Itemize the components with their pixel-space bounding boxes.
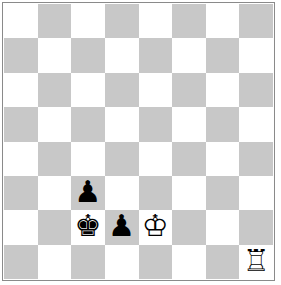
square-a3[interactable] <box>4 176 38 210</box>
square-e6[interactable] <box>139 73 173 107</box>
square-d1[interactable] <box>105 245 139 279</box>
square-a6[interactable] <box>4 73 38 107</box>
square-b1[interactable] <box>38 245 72 279</box>
square-g6[interactable] <box>206 73 240 107</box>
square-g1[interactable] <box>206 245 240 279</box>
square-b2[interactable] <box>38 210 72 244</box>
square-d5[interactable] <box>105 107 139 141</box>
square-d3[interactable] <box>105 176 139 210</box>
square-g8[interactable] <box>206 4 240 38</box>
square-b7[interactable] <box>38 38 72 72</box>
square-h7[interactable] <box>239 38 273 72</box>
square-e4[interactable] <box>139 142 173 176</box>
square-f7[interactable] <box>172 38 206 72</box>
square-a2[interactable] <box>4 210 38 244</box>
square-f1[interactable] <box>172 245 206 279</box>
square-h3[interactable] <box>239 176 273 210</box>
square-e5[interactable] <box>139 107 173 141</box>
square-b6[interactable] <box>38 73 72 107</box>
square-b5[interactable] <box>38 107 72 141</box>
square-h1[interactable]: ♖ <box>239 245 273 279</box>
square-g4[interactable] <box>206 142 240 176</box>
square-g3[interactable] <box>206 176 240 210</box>
square-b4[interactable] <box>38 142 72 176</box>
square-f6[interactable] <box>172 73 206 107</box>
square-c5[interactable] <box>71 107 105 141</box>
square-e2[interactable]: ♔ <box>139 210 173 244</box>
square-g5[interactable] <box>206 107 240 141</box>
piece-black-king[interactable]: ♚ <box>75 211 102 241</box>
square-f4[interactable] <box>172 142 206 176</box>
square-c2[interactable]: ♚ <box>71 210 105 244</box>
square-d4[interactable] <box>105 142 139 176</box>
square-e3[interactable] <box>139 176 173 210</box>
square-c8[interactable] <box>71 4 105 38</box>
square-a5[interactable] <box>4 107 38 141</box>
square-f2[interactable] <box>172 210 206 244</box>
square-a8[interactable] <box>4 4 38 38</box>
square-d8[interactable] <box>105 4 139 38</box>
square-c1[interactable] <box>71 245 105 279</box>
square-d6[interactable] <box>105 73 139 107</box>
square-b3[interactable] <box>38 176 72 210</box>
square-h8[interactable] <box>239 4 273 38</box>
piece-black-pawn[interactable]: ♟ <box>75 177 102 207</box>
square-f5[interactable] <box>172 107 206 141</box>
square-e7[interactable] <box>139 38 173 72</box>
square-a1[interactable] <box>4 245 38 279</box>
square-h2[interactable] <box>239 210 273 244</box>
square-d7[interactable] <box>105 38 139 72</box>
square-g2[interactable] <box>206 210 240 244</box>
square-h5[interactable] <box>239 107 273 141</box>
square-h6[interactable] <box>239 73 273 107</box>
square-f3[interactable] <box>172 176 206 210</box>
square-c6[interactable] <box>71 73 105 107</box>
chess-board: ♟♚♟♔♖ <box>4 4 273 279</box>
square-c3[interactable]: ♟ <box>71 176 105 210</box>
square-e1[interactable] <box>139 245 173 279</box>
square-a4[interactable] <box>4 142 38 176</box>
square-c7[interactable] <box>71 38 105 72</box>
square-c4[interactable] <box>71 142 105 176</box>
square-b8[interactable] <box>38 4 72 38</box>
board-frame: ♟♚♟♔♖ <box>2 2 275 281</box>
piece-white-king[interactable]: ♔ <box>142 211 169 241</box>
square-a7[interactable] <box>4 38 38 72</box>
chess-diagram: ♟♚♟♔♖ <box>0 0 281 285</box>
square-h4[interactable] <box>239 142 273 176</box>
piece-white-rook[interactable]: ♖ <box>243 246 270 276</box>
square-g7[interactable] <box>206 38 240 72</box>
square-e8[interactable] <box>139 4 173 38</box>
square-f8[interactable] <box>172 4 206 38</box>
piece-black-pawn[interactable]: ♟ <box>108 211 135 241</box>
square-d2[interactable]: ♟ <box>105 210 139 244</box>
